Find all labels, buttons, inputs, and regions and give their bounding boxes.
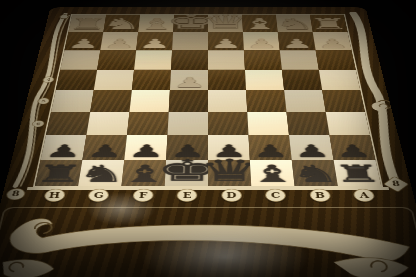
square-b2[interactable]: ♟ bbox=[278, 32, 316, 50]
chess-board: ♜♞♝♚♛♝♞♜♟♟♟♟♟♟♟♟♟♟♟♟♟♟♟♟♜♞♝♚♛♝♞♜ 8 8 HGF… bbox=[0, 7, 416, 277]
square-c6[interactable] bbox=[247, 112, 289, 135]
square-a5[interactable] bbox=[322, 90, 365, 112]
square-h1[interactable]: ♜ bbox=[68, 15, 106, 32]
square-h6[interactable] bbox=[46, 112, 90, 135]
rank-label-8-left: 8 bbox=[5, 188, 27, 200]
square-a1[interactable]: ♜ bbox=[310, 15, 348, 32]
file-label-h: H bbox=[43, 189, 66, 202]
square-c1[interactable]: ♝ bbox=[242, 15, 278, 32]
file-label-d: D bbox=[221, 189, 242, 202]
board-grid: ♜♞♝♚♛♝♞♜♟♟♟♟♟♟♟♟♟♟♟♟♟♟♟♟♜♞♝♚♛♝♞♜ bbox=[33, 14, 383, 187]
square-d4[interactable] bbox=[208, 70, 246, 90]
rank-marker-5: 5 bbox=[37, 98, 50, 105]
square-b8[interactable]: ♞ bbox=[292, 160, 338, 186]
square-b4[interactable] bbox=[282, 70, 322, 90]
field-border-band bbox=[27, 187, 389, 190]
square-e3[interactable] bbox=[171, 50, 208, 69]
square-f3[interactable] bbox=[134, 50, 172, 69]
file-label-e: E bbox=[177, 189, 198, 202]
square-d2[interactable]: ♟ bbox=[208, 32, 244, 50]
rank-marker-4: 4 bbox=[42, 77, 55, 83]
black-pawn[interactable]: ♟ bbox=[292, 142, 331, 159]
square-d8[interactable]: ♛ bbox=[208, 160, 251, 186]
square-g8[interactable]: ♞ bbox=[78, 160, 124, 186]
square-h4[interactable] bbox=[56, 70, 97, 90]
square-c2[interactable]: ♟ bbox=[243, 32, 280, 50]
black-pawn[interactable]: ♟ bbox=[333, 142, 373, 159]
white-pawn[interactable]: ♟ bbox=[103, 37, 136, 50]
square-d6[interactable] bbox=[208, 112, 249, 135]
black-pawn[interactable]: ♟ bbox=[85, 142, 124, 159]
square-f2[interactable]: ♟ bbox=[136, 32, 173, 50]
square-c8[interactable]: ♝ bbox=[250, 160, 295, 186]
square-f4[interactable] bbox=[132, 70, 171, 90]
square-g3[interactable] bbox=[97, 50, 136, 69]
square-e2[interactable] bbox=[172, 32, 208, 50]
file-label-c: C bbox=[265, 189, 287, 202]
square-c5[interactable] bbox=[246, 90, 286, 112]
square-h7[interactable]: ♟ bbox=[41, 135, 87, 160]
square-g2[interactable]: ♟ bbox=[100, 32, 138, 50]
square-b5[interactable] bbox=[284, 90, 326, 112]
white-pawn[interactable]: ♟ bbox=[316, 37, 350, 50]
inlay-apron-scrolls bbox=[0, 203, 416, 277]
square-h5[interactable] bbox=[51, 90, 94, 112]
square-e5[interactable] bbox=[169, 90, 208, 112]
square-g4[interactable] bbox=[94, 70, 134, 90]
square-b6[interactable] bbox=[286, 112, 329, 135]
white-pawn[interactable]: ♟ bbox=[172, 75, 205, 89]
square-g6[interactable] bbox=[86, 112, 129, 135]
file-label-g: G bbox=[88, 189, 110, 202]
square-e6[interactable] bbox=[167, 112, 208, 135]
square-b3[interactable] bbox=[280, 50, 319, 69]
square-c3[interactable] bbox=[244, 50, 282, 69]
file-label-b: B bbox=[309, 189, 331, 202]
white-pawn[interactable]: ♟ bbox=[138, 37, 170, 50]
board-scene: ♜♞♝♚♛♝♞♜♟♟♟♟♟♟♟♟♟♟♟♟♟♟♟♟♜♞♝♚♛♝♞♜ 8 8 HGF… bbox=[0, 7, 416, 277]
white-pawn[interactable]: ♟ bbox=[67, 37, 101, 50]
square-h3[interactable] bbox=[60, 50, 100, 69]
square-g1[interactable]: ♞ bbox=[103, 15, 140, 32]
square-a4[interactable] bbox=[319, 70, 360, 90]
square-d1[interactable]: ♛ bbox=[208, 15, 243, 32]
square-h2[interactable]: ♟ bbox=[64, 32, 103, 50]
chess-photo: ♜♞♝♚♛♝♞♜♟♟♟♟♟♟♟♟♟♟♟♟♟♟♟♟♜♞♝♚♛♝♞♜ 8 8 HGF… bbox=[0, 0, 416, 277]
file-label-a: A bbox=[353, 189, 376, 202]
square-a6[interactable] bbox=[326, 112, 370, 135]
square-a3[interactable] bbox=[316, 50, 356, 69]
square-c4[interactable] bbox=[245, 70, 284, 90]
square-g7[interactable]: ♟ bbox=[82, 135, 127, 160]
white-pawn[interactable]: ♟ bbox=[245, 37, 277, 50]
black-rook[interactable]: ♜ bbox=[331, 162, 384, 185]
square-b1[interactable]: ♞ bbox=[276, 15, 313, 32]
file-labels: 8 8 HGFEDCBA bbox=[0, 187, 415, 203]
square-f6[interactable] bbox=[127, 112, 169, 135]
square-f5[interactable] bbox=[130, 90, 170, 112]
square-b7[interactable]: ♟ bbox=[289, 135, 334, 160]
white-pawn[interactable]: ♟ bbox=[281, 37, 314, 50]
black-pawn[interactable]: ♟ bbox=[43, 142, 83, 159]
square-d5[interactable] bbox=[208, 90, 247, 112]
white-rook[interactable]: ♜ bbox=[308, 16, 350, 31]
file-label-f: F bbox=[132, 189, 154, 202]
square-g5[interactable] bbox=[90, 90, 132, 112]
square-a8[interactable]: ♜ bbox=[334, 160, 382, 186]
square-d3[interactable] bbox=[208, 50, 245, 69]
square-e4[interactable]: ♟ bbox=[170, 70, 208, 90]
square-a2[interactable]: ♟ bbox=[313, 32, 352, 50]
rank-marker-6: 6 bbox=[31, 120, 45, 127]
square-a7[interactable]: ♟ bbox=[330, 135, 376, 160]
white-pawn[interactable]: ♟ bbox=[210, 37, 242, 50]
